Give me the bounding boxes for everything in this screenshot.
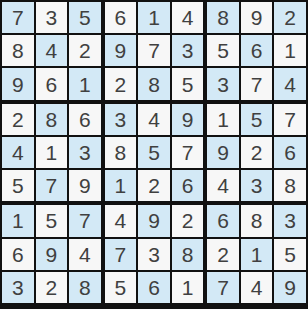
cell-r4c2[interactable]: 8 bbox=[36, 104, 68, 135]
cell-r8c2[interactable]: 9 bbox=[36, 239, 68, 270]
cell-r9c1[interactable]: 3 bbox=[2, 272, 34, 303]
cell-r1c7[interactable]: 8 bbox=[207, 2, 239, 33]
cell-r2c9[interactable]: 1 bbox=[274, 35, 306, 66]
cell-r3c5[interactable]: 8 bbox=[138, 68, 170, 99]
cell-r6c2[interactable]: 7 bbox=[36, 170, 68, 201]
cell-r4c9[interactable]: 7 bbox=[274, 104, 306, 135]
cell-r7c7[interactable]: 6 bbox=[207, 205, 239, 236]
cell-r4c1[interactable]: 2 bbox=[2, 104, 34, 135]
cell-r9c3[interactable]: 8 bbox=[69, 272, 101, 303]
box-1: 735842961 bbox=[2, 2, 101, 100]
cell-r3c2[interactable]: 6 bbox=[36, 68, 68, 99]
cell-r8c8[interactable]: 1 bbox=[241, 239, 273, 270]
cell-r7c3[interactable]: 7 bbox=[69, 205, 101, 236]
cell-r8c7[interactable]: 2 bbox=[207, 239, 239, 270]
cell-r9c2[interactable]: 2 bbox=[36, 272, 68, 303]
cell-r7c1[interactable]: 1 bbox=[2, 205, 34, 236]
cell-r5c1[interactable]: 4 bbox=[2, 137, 34, 168]
cell-r1c3[interactable]: 5 bbox=[69, 2, 101, 33]
cell-r4c7[interactable]: 1 bbox=[207, 104, 239, 135]
cell-r2c1[interactable]: 8 bbox=[2, 35, 34, 66]
box-6: 157926438 bbox=[207, 104, 306, 202]
box-9: 683215749 bbox=[207, 205, 306, 303]
cell-r5c3[interactable]: 3 bbox=[69, 137, 101, 168]
cell-r7c8[interactable]: 8 bbox=[241, 205, 273, 236]
cell-r2c8[interactable]: 6 bbox=[241, 35, 273, 66]
cell-r4c3[interactable]: 6 bbox=[69, 104, 101, 135]
cell-r1c4[interactable]: 6 bbox=[105, 2, 137, 33]
cell-r5c4[interactable]: 8 bbox=[105, 137, 137, 168]
cell-r4c6[interactable]: 9 bbox=[172, 104, 204, 135]
cell-r1c5[interactable]: 1 bbox=[138, 2, 170, 33]
cell-r6c1[interactable]: 5 bbox=[2, 170, 34, 201]
cell-r3c3[interactable]: 1 bbox=[69, 68, 101, 99]
cell-r5c9[interactable]: 6 bbox=[274, 137, 306, 168]
box-3: 892561374 bbox=[207, 2, 306, 100]
cell-r8c5[interactable]: 3 bbox=[138, 239, 170, 270]
cell-r9c9[interactable]: 9 bbox=[274, 272, 306, 303]
cell-r8c9[interactable]: 5 bbox=[274, 239, 306, 270]
cell-r1c6[interactable]: 4 bbox=[172, 2, 204, 33]
cell-r7c5[interactable]: 9 bbox=[138, 205, 170, 236]
cell-r1c1[interactable]: 7 bbox=[2, 2, 34, 33]
cell-r4c4[interactable]: 3 bbox=[105, 104, 137, 135]
cell-r7c6[interactable]: 2 bbox=[172, 205, 204, 236]
cell-r8c3[interactable]: 4 bbox=[69, 239, 101, 270]
box-4: 286413579 bbox=[2, 104, 101, 202]
cell-r2c4[interactable]: 9 bbox=[105, 35, 137, 66]
cell-r6c8[interactable]: 3 bbox=[241, 170, 273, 201]
cell-r3c1[interactable]: 9 bbox=[2, 68, 34, 99]
cell-r7c2[interactable]: 5 bbox=[36, 205, 68, 236]
cell-r5c6[interactable]: 7 bbox=[172, 137, 204, 168]
cell-r2c2[interactable]: 4 bbox=[36, 35, 68, 66]
cell-r6c5[interactable]: 2 bbox=[138, 170, 170, 201]
cell-r6c3[interactable]: 9 bbox=[69, 170, 101, 201]
cell-r7c9[interactable]: 3 bbox=[274, 205, 306, 236]
cell-r3c8[interactable]: 7 bbox=[241, 68, 273, 99]
cell-r4c5[interactable]: 4 bbox=[138, 104, 170, 135]
cell-r6c6[interactable]: 6 bbox=[172, 170, 204, 201]
cell-r3c7[interactable]: 3 bbox=[207, 68, 239, 99]
cell-r8c1[interactable]: 6 bbox=[2, 239, 34, 270]
cell-r7c4[interactable]: 4 bbox=[105, 205, 137, 236]
cell-r8c4[interactable]: 7 bbox=[105, 239, 137, 270]
cell-r9c6[interactable]: 1 bbox=[172, 272, 204, 303]
cell-r6c9[interactable]: 8 bbox=[274, 170, 306, 201]
cell-r6c4[interactable]: 1 bbox=[105, 170, 137, 201]
cell-r2c5[interactable]: 7 bbox=[138, 35, 170, 66]
cell-r5c2[interactable]: 1 bbox=[36, 137, 68, 168]
box-5: 349857126 bbox=[105, 104, 204, 202]
cell-r2c7[interactable]: 5 bbox=[207, 35, 239, 66]
cell-r3c9[interactable]: 4 bbox=[274, 68, 306, 99]
cell-r9c7[interactable]: 7 bbox=[207, 272, 239, 303]
cell-r2c3[interactable]: 2 bbox=[69, 35, 101, 66]
cell-r9c8[interactable]: 4 bbox=[241, 272, 273, 303]
cell-r4c8[interactable]: 5 bbox=[241, 104, 273, 135]
cell-r9c4[interactable]: 5 bbox=[105, 272, 137, 303]
cell-r9c5[interactable]: 6 bbox=[138, 272, 170, 303]
box-7: 157694328 bbox=[2, 205, 101, 303]
cell-r5c5[interactable]: 5 bbox=[138, 137, 170, 168]
cell-r3c4[interactable]: 2 bbox=[105, 68, 137, 99]
box-8: 492738561 bbox=[105, 205, 204, 303]
cell-r5c8[interactable]: 2 bbox=[241, 137, 273, 168]
sudoku-board: 7358429616149732858925613742864135793498… bbox=[0, 0, 308, 309]
cell-r1c2[interactable]: 3 bbox=[36, 2, 68, 33]
cell-r2c6[interactable]: 3 bbox=[172, 35, 204, 66]
cell-r8c6[interactable]: 8 bbox=[172, 239, 204, 270]
cell-r6c7[interactable]: 4 bbox=[207, 170, 239, 201]
cell-r5c7[interactable]: 9 bbox=[207, 137, 239, 168]
cell-r1c9[interactable]: 2 bbox=[274, 2, 306, 33]
cell-r1c8[interactable]: 9 bbox=[241, 2, 273, 33]
box-2: 614973285 bbox=[105, 2, 204, 100]
cell-r3c6[interactable]: 5 bbox=[172, 68, 204, 99]
